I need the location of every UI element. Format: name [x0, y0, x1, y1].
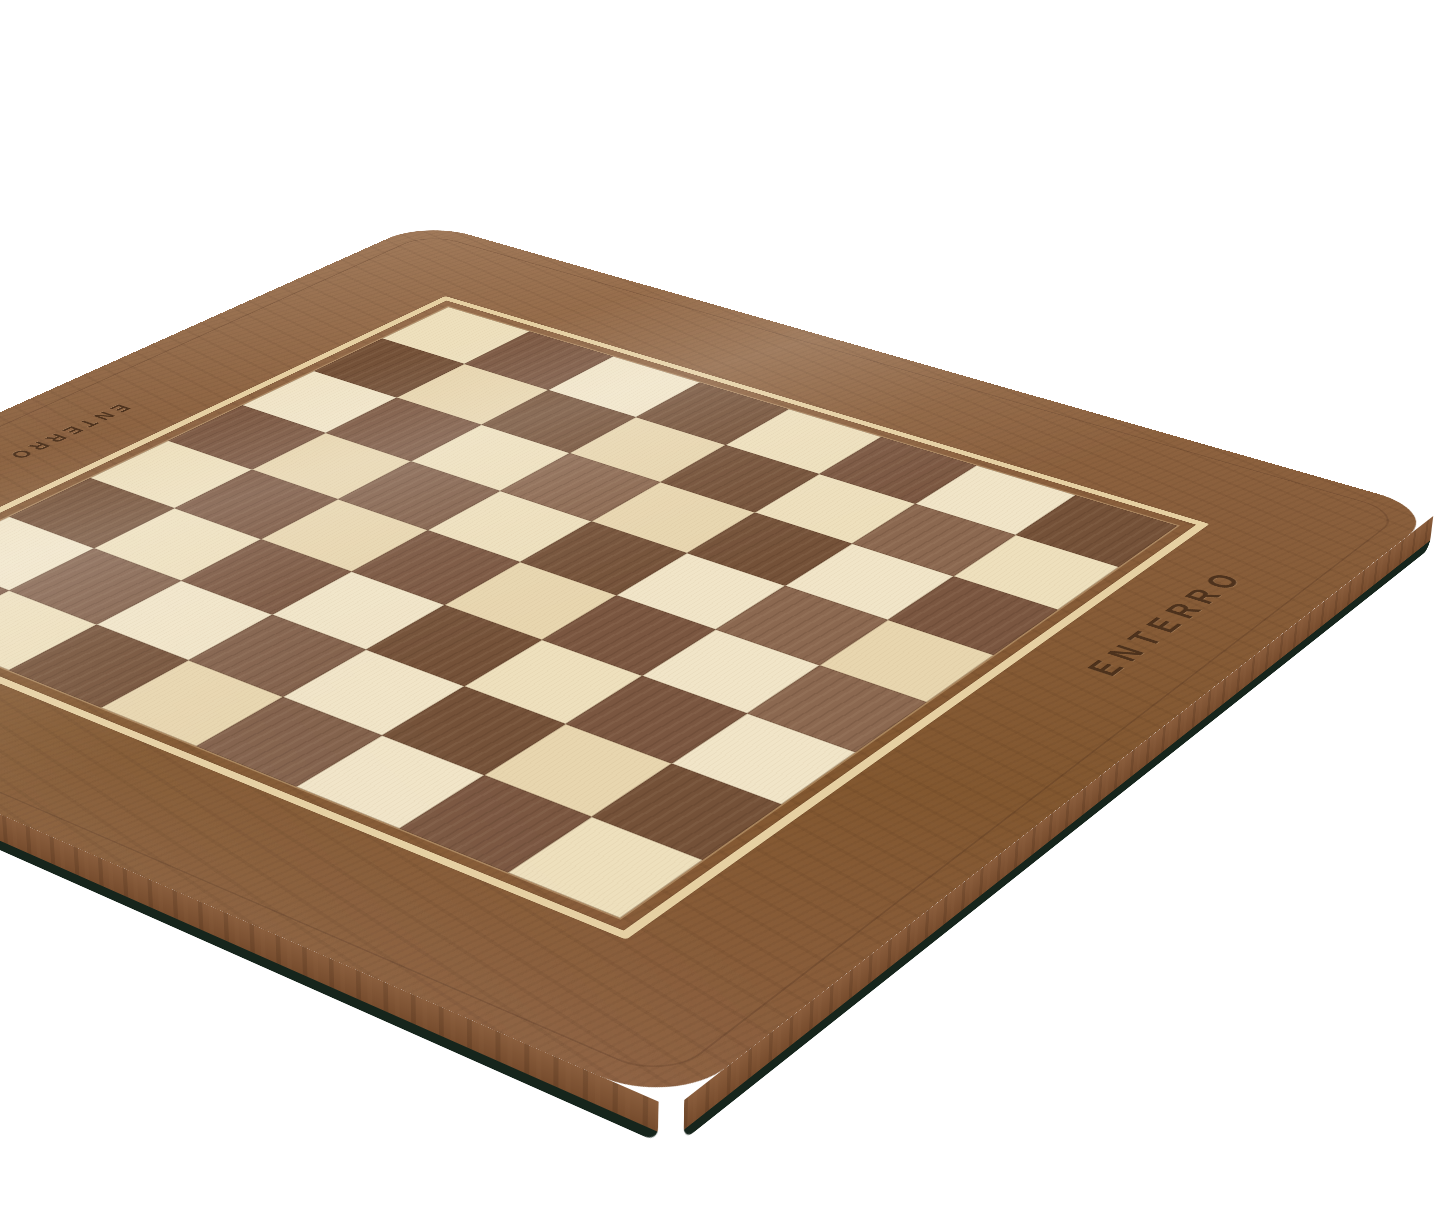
product-photo-scene: ENTERRO ENTERRO	[0, 0, 1445, 1227]
board-grid	[0, 307, 1177, 918]
chess-board: ENTERRO ENTERRO	[0, 222, 1439, 1108]
brand-engraving-left: ENTERRO	[0, 403, 135, 463]
square-h8[interactable]	[1015, 495, 1177, 567]
brand-engraving-right: ENTERRO	[1080, 566, 1256, 680]
